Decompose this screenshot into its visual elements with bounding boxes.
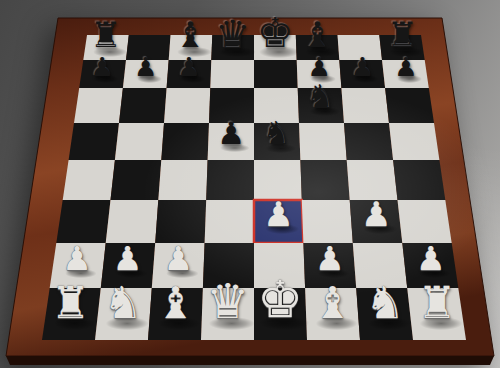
piece-white-n-b1[interactable]: ♞ (103, 281, 142, 325)
square-a5[interactable] (69, 123, 119, 160)
piece-black-p-c7[interactable]: ♟ (177, 54, 200, 80)
piece-black-p-d5[interactable]: ♟ (217, 118, 245, 149)
piece-white-n-g1[interactable]: ♞ (365, 281, 404, 325)
piece-white-q-d1[interactable]: ♛ (206, 277, 249, 325)
piece-black-k-e8[interactable]: ♚ (257, 13, 294, 54)
piece-black-r-h8[interactable]: ♜ (387, 18, 418, 53)
scene-background: ♜♝♛♚♝♜♟♟♟♟♟♟♞♞♟♟♟♟♟♟♟♟♜♞♝♛♚♝♞♜ (0, 0, 500, 368)
piece-black-p-b7[interactable]: ♟ (134, 54, 157, 80)
piece-black-b-f8[interactable]: ♝ (302, 18, 333, 53)
square-a4[interactable] (63, 160, 115, 200)
piece-white-b-f1[interactable]: ♝ (313, 281, 352, 325)
piece-white-p-a2[interactable]: ♟ (62, 242, 92, 275)
piece-black-q-d8[interactable]: ♛ (215, 15, 250, 54)
piece-black-n-f6[interactable]: ♞ (306, 80, 336, 113)
piece-white-p-f2[interactable]: ♟ (315, 242, 345, 275)
piece-white-k-e1[interactable]: ♚ (257, 274, 303, 325)
square-a3[interactable] (56, 200, 110, 243)
piece-white-p-b2[interactable]: ♟ (113, 242, 143, 275)
piece-white-r-h1[interactable]: ♜ (418, 281, 457, 325)
piece-white-r-a1[interactable]: ♜ (51, 281, 90, 325)
piece-white-p-h2[interactable]: ♟ (416, 242, 446, 275)
piece-white-p-g3[interactable]: ♟ (361, 197, 391, 231)
square-b6[interactable] (119, 88, 167, 123)
square-e7[interactable] (254, 60, 298, 88)
board-frame-bottom-face (6, 356, 494, 365)
piece-black-p-a7[interactable]: ♟ (91, 54, 114, 80)
square-d7[interactable] (210, 60, 254, 88)
piece-white-p-c2[interactable]: ♟ (163, 242, 193, 275)
square-a6[interactable] (74, 88, 123, 123)
piece-black-p-h7[interactable]: ♟ (394, 54, 417, 80)
piece-black-r-a8[interactable]: ♜ (90, 18, 121, 53)
piece-white-b-c1[interactable]: ♝ (156, 281, 195, 325)
piece-white-p-e3[interactable]: ♟ (263, 197, 293, 231)
piece-black-p-g7[interactable]: ♟ (351, 54, 374, 80)
piece-black-b-c8[interactable]: ♝ (175, 18, 206, 53)
piece-black-n-e5[interactable]: ♞ (263, 117, 292, 149)
